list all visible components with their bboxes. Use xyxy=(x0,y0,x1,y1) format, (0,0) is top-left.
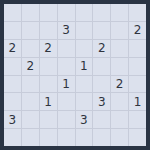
clue-cell-r3c3: 2 xyxy=(40,40,57,57)
empty-cell-r3c8[interactable] xyxy=(129,40,146,57)
clue-cell-r5c7: 2 xyxy=(111,76,128,93)
empty-cell-r5c6[interactable] xyxy=(93,76,110,93)
empty-cell-r1c2[interactable] xyxy=(22,4,39,21)
empty-cell-r1c6[interactable] xyxy=(93,4,110,21)
empty-cell-r6c1[interactable] xyxy=(4,93,21,110)
empty-cell-r1c8[interactable] xyxy=(129,4,146,21)
empty-cell-r6c4[interactable] xyxy=(58,93,75,110)
empty-cell-r6c7[interactable] xyxy=(111,93,128,110)
empty-cell-r8c1[interactable] xyxy=(4,129,21,146)
empty-cell-r4c1[interactable] xyxy=(4,58,21,75)
minesweeper-board: 32222211213133 xyxy=(0,0,150,150)
empty-cell-r5c3[interactable] xyxy=(40,76,57,93)
empty-cell-r3c7[interactable] xyxy=(111,40,128,57)
clue-cell-r2c8: 2 xyxy=(129,22,146,39)
clue-cell-r6c3: 1 xyxy=(40,93,57,110)
empty-cell-r4c8[interactable] xyxy=(129,58,146,75)
empty-cell-r1c3[interactable] xyxy=(40,4,57,21)
empty-cell-r8c8[interactable] xyxy=(129,129,146,146)
empty-cell-r2c5[interactable] xyxy=(76,22,93,39)
empty-cell-r4c7[interactable] xyxy=(111,58,128,75)
empty-cell-r7c3[interactable] xyxy=(40,111,57,128)
clue-cell-r3c6: 2 xyxy=(93,40,110,57)
clue-cell-r7c1: 3 xyxy=(4,111,21,128)
empty-cell-r3c4[interactable] xyxy=(58,40,75,57)
empty-cell-r7c2[interactable] xyxy=(22,111,39,128)
empty-cell-r2c2[interactable] xyxy=(22,22,39,39)
empty-cell-r4c3[interactable] xyxy=(40,58,57,75)
empty-cell-r8c3[interactable] xyxy=(40,129,57,146)
empty-cell-r8c4[interactable] xyxy=(58,129,75,146)
empty-cell-r7c4[interactable] xyxy=(58,111,75,128)
empty-cell-r4c4[interactable] xyxy=(58,58,75,75)
empty-cell-r6c5[interactable] xyxy=(76,93,93,110)
empty-cell-r7c8[interactable] xyxy=(129,111,146,128)
puzzle-grid: 32222211213133 xyxy=(4,4,146,146)
empty-cell-r5c8[interactable] xyxy=(129,76,146,93)
empty-cell-r2c6[interactable] xyxy=(93,22,110,39)
clue-cell-r4c2: 2 xyxy=(22,58,39,75)
empty-cell-r1c7[interactable] xyxy=(111,4,128,21)
empty-cell-r8c7[interactable] xyxy=(111,129,128,146)
clue-cell-r5c4: 1 xyxy=(58,76,75,93)
empty-cell-r5c2[interactable] xyxy=(22,76,39,93)
clue-cell-r4c5: 1 xyxy=(76,58,93,75)
empty-cell-r4c6[interactable] xyxy=(93,58,110,75)
empty-cell-r2c7[interactable] xyxy=(111,22,128,39)
empty-cell-r7c6[interactable] xyxy=(93,111,110,128)
empty-cell-r1c5[interactable] xyxy=(76,4,93,21)
empty-cell-r2c1[interactable] xyxy=(4,22,21,39)
empty-cell-r3c2[interactable] xyxy=(22,40,39,57)
empty-cell-r5c5[interactable] xyxy=(76,76,93,93)
empty-cell-r2c3[interactable] xyxy=(40,22,57,39)
clue-cell-r6c8: 1 xyxy=(129,93,146,110)
empty-cell-r7c7[interactable] xyxy=(111,111,128,128)
empty-cell-r8c5[interactable] xyxy=(76,129,93,146)
empty-cell-r5c1[interactable] xyxy=(4,76,21,93)
clue-cell-r7c5: 3 xyxy=(76,111,93,128)
empty-cell-r6c2[interactable] xyxy=(22,93,39,110)
empty-cell-r8c6[interactable] xyxy=(93,129,110,146)
clue-cell-r6c6: 3 xyxy=(93,93,110,110)
empty-cell-r1c4[interactable] xyxy=(58,4,75,21)
clue-cell-r2c4: 3 xyxy=(58,22,75,39)
empty-cell-r8c2[interactable] xyxy=(22,129,39,146)
clue-cell-r3c1: 2 xyxy=(4,40,21,57)
empty-cell-r1c1[interactable] xyxy=(4,4,21,21)
empty-cell-r3c5[interactable] xyxy=(76,40,93,57)
